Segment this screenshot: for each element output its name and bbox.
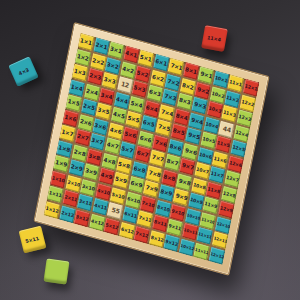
- tile-label: 1×5: [67, 99, 80, 108]
- tile-label: 2×6: [79, 118, 92, 127]
- tile-5x3[interactable]: 5×3: [132, 80, 148, 97]
- tile-6x10[interactable]: 6×10: [125, 191, 141, 208]
- tile-label: 9×4: [190, 117, 203, 126]
- tile-7x12[interactable]: 7×12: [134, 226, 150, 243]
- tile-label: 10×9: [190, 198, 203, 206]
- tile-6x4[interactable]: 6×4: [144, 100, 160, 117]
- tile-label: 10×4: [205, 121, 218, 129]
- tile-12x9[interactable]: 12×9: [218, 201, 234, 218]
- tile-3x4[interactable]: 3×4: [99, 87, 115, 104]
- tile-label: 9×9: [175, 193, 188, 202]
- tile-label: 11×7: [211, 171, 224, 179]
- tile-label: 9×11: [168, 224, 181, 232]
- answer-cell-11x4: 44: [219, 121, 235, 138]
- tile-label: 6×3: [149, 89, 162, 98]
- tile-7x4[interactable]: 7×4: [159, 104, 175, 121]
- tile-3x6[interactable]: 3×6: [93, 118, 109, 135]
- tile-8x11[interactable]: 8×11: [152, 215, 168, 232]
- tile-10x8[interactable]: 10×8: [191, 178, 207, 195]
- tile-2x11[interactable]: 2×11: [62, 190, 78, 207]
- tile-8x9[interactable]: 8×9: [158, 185, 174, 202]
- tile-9x7[interactable]: 9×7: [179, 158, 195, 175]
- tile-label: 2×2: [92, 57, 105, 66]
- tile-1x1[interactable]: 1×1: [78, 33, 94, 50]
- tile-5x6[interactable]: 5×6: [122, 126, 138, 143]
- tile-3x8[interactable]: 3×8: [86, 148, 102, 165]
- tile-7x10[interactable]: 7×10: [140, 196, 156, 213]
- tile-4x12[interactable]: 4×12: [89, 214, 105, 231]
- tile-label: 3×1: [110, 46, 123, 55]
- tile-label: 4×7: [106, 142, 119, 151]
- tile-2x9[interactable]: 2×9: [68, 160, 84, 177]
- tile-label: 1×3: [74, 68, 87, 77]
- tile-grid: 1×12×13×14×15×16×17×18×19×110×111×112×11…: [44, 33, 259, 264]
- tile-11x5[interactable]: 11×5: [215, 136, 231, 153]
- tile-label: 11×9: [205, 202, 218, 210]
- tile-label: 7×5: [157, 124, 170, 133]
- tile-label: 2×10: [67, 180, 80, 188]
- tile-10x11[interactable]: 10×11: [182, 223, 198, 240]
- tile-label: 7×1: [170, 63, 183, 72]
- tile-label: 11×5: [217, 141, 230, 149]
- tile-label: 4×4: [115, 96, 128, 105]
- tile-8x3[interactable]: 8×3: [177, 93, 193, 110]
- tile-10x2[interactable]: 10×2: [210, 86, 226, 103]
- tile-10x10[interactable]: 10×10: [185, 208, 201, 225]
- tile-label: 8×5: [172, 128, 185, 137]
- photo-background: 1×12×13×14×15×16×17×18×19×110×111×112×11…: [0, 0, 300, 300]
- tile-2x10[interactable]: 2×10: [65, 175, 81, 192]
- tile-11x11[interactable]: 11×11: [197, 228, 213, 245]
- tile-8x10[interactable]: 8×10: [155, 200, 171, 217]
- tile-label: 12×12: [210, 252, 224, 260]
- tile-label: 5×12: [105, 223, 118, 231]
- tile-12x5[interactable]: 12×5: [230, 140, 246, 157]
- tile-11x3[interactable]: 11×3: [222, 105, 238, 122]
- tile-label: 8×10: [156, 205, 169, 213]
- tile-label: 11×11: [198, 232, 212, 240]
- tile-label: 7×12: [135, 231, 148, 239]
- tile-label: 11×3: [223, 110, 236, 118]
- tile-label: 10×10: [186, 213, 200, 221]
- tile-label: 6×5: [142, 119, 155, 128]
- tile-12x6[interactable]: 12×6: [227, 155, 243, 172]
- tile-label: 3×9: [85, 168, 98, 177]
- tile-label: 3×5: [97, 107, 110, 116]
- tile-label: 6×10: [126, 196, 139, 204]
- tile-9x11[interactable]: 9×11: [167, 219, 183, 236]
- tile-label: 2×5: [82, 103, 95, 112]
- tile-5x8[interactable]: 5×8: [116, 157, 132, 174]
- tile-label: 7×11: [138, 216, 151, 224]
- tile-label: 12×7: [226, 175, 239, 183]
- tile-2x2[interactable]: 2×2: [90, 53, 106, 70]
- tile-1x5[interactable]: 1×5: [66, 94, 82, 111]
- tile-4x2[interactable]: 4×2: [120, 61, 136, 78]
- tile-label: 11×1: [229, 80, 242, 88]
- tile-label: 9×2: [197, 86, 210, 95]
- tile-12x1[interactable]: 12×1: [243, 79, 259, 96]
- tile-12x2[interactable]: 12×2: [240, 94, 256, 111]
- tile-label: 10×11: [183, 228, 197, 236]
- tile-label: 44: [222, 125, 231, 133]
- cube-label: 4×3: [18, 67, 30, 76]
- tile-label: 8×7: [166, 158, 179, 167]
- tile-label: 5×6: [124, 131, 137, 140]
- tile-label: 6×9: [130, 181, 143, 190]
- tile-label: 55: [110, 207, 119, 215]
- tile-7x2[interactable]: 7×2: [165, 73, 181, 90]
- tile-9x3[interactable]: 9×3: [192, 97, 208, 114]
- tile-label: 6×1: [155, 58, 168, 67]
- cube-label: 5×11: [25, 235, 40, 243]
- tile-6x3[interactable]: 6×3: [147, 85, 163, 102]
- tile-label: 7×8: [148, 169, 161, 178]
- tile-5x7[interactable]: 5×7: [119, 142, 135, 159]
- tile-label: 8×3: [179, 97, 192, 106]
- multiplication-board: 1×12×13×14×15×16×17×18×19×110×111×112×11…: [33, 22, 269, 276]
- tile-1x8[interactable]: 1×8: [56, 140, 72, 157]
- tile-4x6[interactable]: 4×6: [107, 122, 123, 139]
- tile-label: 3×6: [94, 122, 107, 131]
- tile-label: 1×4: [71, 83, 84, 92]
- tile-10x6[interactable]: 10×6: [197, 147, 213, 164]
- tile-1x3[interactable]: 1×3: [72, 64, 88, 81]
- tile-12x4[interactable]: 12×4: [234, 125, 250, 142]
- tile-7x9[interactable]: 7×9: [143, 180, 159, 197]
- tile-1x6[interactable]: 1×6: [63, 110, 79, 127]
- tile-label: 2×11: [63, 195, 76, 203]
- tile-2x8[interactable]: 2×8: [71, 144, 87, 161]
- tile-12x8[interactable]: 12×8: [221, 186, 237, 203]
- tile-5x1[interactable]: 5×1: [138, 50, 154, 67]
- tile-label: 10×12: [180, 244, 194, 252]
- tile-label: 4×9: [100, 172, 113, 181]
- tile-label: 3×2: [107, 61, 120, 70]
- tile-label: 6×12: [120, 227, 133, 235]
- tile-label: 10×3: [208, 106, 221, 114]
- tile-9x5[interactable]: 9×5: [186, 128, 202, 145]
- tile-8x5[interactable]: 8×5: [171, 123, 187, 140]
- tile-label: 6×6: [139, 135, 152, 144]
- tile-10x5[interactable]: 10×5: [201, 132, 217, 149]
- tile-label: 11×12: [195, 248, 209, 256]
- tile-label: 7×9: [145, 185, 158, 194]
- tile-label: 9×10: [171, 209, 184, 217]
- tile-label: 10×8: [193, 182, 206, 190]
- tile-label: 9×3: [194, 101, 207, 110]
- tile-label: 6×8: [133, 165, 146, 174]
- tile-label: 4×6: [109, 126, 122, 135]
- tile-4x8[interactable]: 4×8: [101, 153, 117, 170]
- tile-3x7[interactable]: 3×7: [89, 133, 105, 150]
- tile-label: 1×9: [55, 160, 68, 169]
- tile-8x12[interactable]: 8×12: [149, 230, 165, 247]
- tile-label: 12×2: [241, 99, 254, 107]
- tile-label: 11×6: [214, 156, 227, 164]
- tile-label: 1×6: [64, 114, 77, 123]
- tile-label: 1×1: [80, 38, 93, 47]
- tile-label: 12×5: [232, 145, 245, 153]
- tile-label: 2×4: [86, 88, 99, 97]
- tile-6x9[interactable]: 6×9: [128, 176, 144, 193]
- tile-3x11[interactable]: 3×11: [77, 194, 93, 211]
- loose-cube-2[interactable]: 4×3: [8, 56, 38, 86]
- tile-label: 8×12: [150, 235, 163, 243]
- tile-2x1[interactable]: 2×1: [93, 37, 109, 54]
- tile-label: 3×8: [88, 153, 101, 162]
- tile-label: 8×4: [175, 113, 188, 122]
- tile-11x6[interactable]: 11×6: [212, 151, 228, 168]
- tile-3x12[interactable]: 3×12: [74, 210, 90, 227]
- tile-3x3[interactable]: 3×3: [102, 72, 118, 89]
- tile-1x11[interactable]: 1×11: [47, 186, 63, 203]
- tile-9x1[interactable]: 9×1: [198, 66, 214, 83]
- tile-label: 12×4: [235, 129, 248, 137]
- tile-2x3[interactable]: 2×3: [87, 68, 103, 85]
- tile-5x9[interactable]: 5×9: [113, 172, 129, 189]
- tile-12x7[interactable]: 12×7: [224, 171, 240, 188]
- tile-7x3[interactable]: 7×3: [162, 89, 178, 106]
- tile-label: 6×4: [145, 104, 158, 113]
- tile-label: 10×5: [202, 136, 215, 144]
- tile-label: 1×11: [48, 191, 61, 199]
- tile-label: 11×10: [201, 217, 215, 225]
- tile-12x11[interactable]: 12×11: [212, 232, 228, 249]
- tile-9x9[interactable]: 9×9: [173, 189, 189, 206]
- tile-label: 10×2: [211, 91, 224, 99]
- tile-5x4[interactable]: 5×4: [129, 96, 145, 113]
- tile-6x2[interactable]: 6×2: [150, 69, 166, 86]
- tile-1x12[interactable]: 1×12: [44, 201, 60, 218]
- tile-label: 5×8: [118, 161, 131, 170]
- tile-6x5[interactable]: 6×5: [141, 115, 157, 132]
- tile-8x1[interactable]: 8×1: [183, 62, 199, 79]
- tile-3x9[interactable]: 3×9: [83, 164, 99, 181]
- tile-label: 12×11: [213, 237, 227, 245]
- tile-label: 10×6: [199, 152, 212, 160]
- tile-label: 5×3: [134, 85, 147, 94]
- tile-label: 10×1: [214, 75, 227, 83]
- tile-label: 8×9: [160, 189, 173, 198]
- tile-label: 6×2: [152, 74, 165, 83]
- tile-10x4[interactable]: 10×4: [204, 116, 220, 133]
- tile-12x10[interactable]: 12×10: [215, 216, 231, 233]
- tile-5x2[interactable]: 5×2: [135, 65, 151, 82]
- tile-7x5[interactable]: 7×5: [156, 119, 172, 136]
- tile-12x12[interactable]: 12×12: [209, 247, 225, 264]
- tile-7x6[interactable]: 7×6: [152, 135, 168, 152]
- answer-cell-4x3: 12: [117, 76, 133, 93]
- tile-9x4[interactable]: 9×4: [189, 112, 205, 129]
- tile-8x2[interactable]: 8×2: [180, 78, 196, 95]
- tile-3x1[interactable]: 3×1: [108, 42, 124, 59]
- tile-4x1[interactable]: 4×1: [123, 46, 139, 63]
- tile-label: 12×6: [229, 160, 242, 168]
- tile-label: 12×3: [238, 114, 251, 122]
- tile-4x9[interactable]: 4×9: [98, 168, 114, 185]
- tile-2x5[interactable]: 2×5: [81, 98, 97, 115]
- tile-4x5[interactable]: 4×5: [111, 107, 127, 124]
- tile-label: 11×8: [208, 186, 221, 194]
- tile-label: 5×4: [130, 100, 143, 109]
- tile-label: 3×4: [101, 92, 114, 101]
- tile-label: 4×10: [97, 188, 110, 196]
- tile-label: 12×8: [223, 191, 236, 199]
- tile-6x12[interactable]: 6×12: [119, 222, 135, 239]
- tile-8x4[interactable]: 8×4: [174, 108, 190, 125]
- tile-8x6[interactable]: 8×6: [167, 139, 183, 156]
- tile-7x11[interactable]: 7×11: [137, 211, 153, 228]
- tile-label: 6×11: [123, 211, 136, 219]
- tile-9x6[interactable]: 9×6: [182, 143, 198, 160]
- tile-6x1[interactable]: 6×1: [153, 54, 169, 71]
- tile-7x8[interactable]: 7×8: [146, 165, 162, 182]
- tile-label: 5×5: [127, 115, 140, 124]
- tile-label: 4×1: [125, 50, 138, 59]
- tile-label: 5×9: [115, 176, 128, 185]
- tile-label: 7×4: [160, 108, 173, 117]
- tile-label: 2×8: [73, 149, 86, 158]
- tile-11x12[interactable]: 11×12: [194, 243, 210, 260]
- tile-label: 1×8: [58, 145, 71, 154]
- tile-4x11[interactable]: 4×11: [92, 198, 108, 215]
- tile-10x1[interactable]: 10×1: [213, 71, 229, 88]
- tile-11x8[interactable]: 11×8: [206, 182, 222, 199]
- tile-label: 12×1: [244, 84, 257, 92]
- tile-label: 7×2: [167, 78, 180, 87]
- tile-label: 8×11: [153, 220, 166, 228]
- tile-label: 1×10: [52, 175, 65, 183]
- tile-label: 2×1: [95, 42, 108, 51]
- tile-label: 5×10: [111, 192, 124, 200]
- tile-label: 4×2: [122, 65, 135, 74]
- tile-label: 9×7: [181, 162, 194, 171]
- tile-9x10[interactable]: 9×10: [170, 204, 186, 221]
- tile-label: 1×7: [61, 129, 74, 138]
- tile-label: 1×12: [45, 206, 58, 214]
- tile-label: 4×5: [112, 111, 125, 120]
- tile-2x4[interactable]: 2×4: [84, 83, 100, 100]
- tile-label: 9×5: [187, 132, 200, 141]
- tile-label: 2×9: [70, 164, 83, 173]
- tile-label: 12×9: [219, 206, 232, 214]
- tile-10x9[interactable]: 10×9: [188, 193, 204, 210]
- tile-5x5[interactable]: 5×5: [126, 111, 142, 128]
- tile-2x12[interactable]: 2×12: [59, 205, 75, 222]
- tile-label: 12: [120, 81, 129, 89]
- tile-label: 4×8: [103, 157, 116, 166]
- tile-label: 4×12: [90, 218, 103, 226]
- tile-2x6[interactable]: 2×6: [78, 114, 94, 131]
- tile-label: 2×3: [89, 72, 102, 81]
- tile-label: 3×12: [75, 214, 88, 222]
- answer-cell-5x11: 55: [107, 203, 123, 220]
- tile-label: 7×3: [164, 93, 177, 102]
- tile-6x8[interactable]: 6×8: [131, 161, 147, 178]
- tile-6x11[interactable]: 6×11: [122, 207, 138, 224]
- tile-8x7[interactable]: 8×7: [164, 154, 180, 171]
- tile-label: 2×12: [60, 210, 73, 218]
- tile-label: 8×1: [185, 67, 198, 76]
- tile-label: 6×7: [136, 150, 149, 159]
- tile-7x7[interactable]: 7×7: [149, 150, 165, 167]
- tile-5x12[interactable]: 5×12: [104, 218, 120, 235]
- tile-label: 1×2: [77, 53, 90, 62]
- tile-label: 3×7: [91, 138, 104, 147]
- tile-label: 10×7: [196, 167, 209, 175]
- tile-1x4[interactable]: 1×4: [69, 79, 85, 96]
- tile-10x12[interactable]: 10×12: [179, 239, 195, 256]
- tile-label: 9×1: [200, 71, 213, 80]
- tile-label: 5×1: [140, 54, 153, 63]
- tile-6x6[interactable]: 6×6: [137, 130, 153, 147]
- tile-3x2[interactable]: 3×2: [105, 57, 121, 74]
- tile-4x10[interactable]: 4×10: [95, 183, 111, 200]
- tile-3x5[interactable]: 3×5: [96, 103, 112, 120]
- loose-cube-1[interactable]: 11×4: [201, 25, 228, 52]
- tile-label: 9×6: [184, 147, 197, 156]
- tile-11x1[interactable]: 11×1: [228, 75, 244, 92]
- tile-1x9[interactable]: 1×9: [53, 155, 69, 172]
- tile-2x7[interactable]: 2×7: [74, 129, 90, 146]
- tile-11x10[interactable]: 11×10: [200, 212, 216, 229]
- tile-label: 5×2: [137, 69, 150, 78]
- tile-11x9[interactable]: 11×9: [203, 197, 219, 214]
- tile-9x8[interactable]: 9×8: [176, 173, 192, 190]
- tile-12x3[interactable]: 12×3: [237, 109, 253, 126]
- tile-label: 5×7: [121, 146, 134, 155]
- tile-7x1[interactable]: 7×1: [168, 58, 184, 75]
- tile-6x7[interactable]: 6×7: [134, 146, 150, 163]
- tile-4x7[interactable]: 4×7: [104, 137, 120, 154]
- tile-label: 3×3: [104, 76, 117, 85]
- tile-1x7[interactable]: 1×7: [59, 125, 75, 142]
- tile-label: 9×8: [178, 178, 191, 187]
- tile-11x7[interactable]: 11×7: [209, 166, 225, 183]
- tile-label: 8×2: [182, 82, 195, 91]
- tile-label: 7×10: [141, 200, 154, 208]
- tile-label: 9×12: [165, 239, 178, 247]
- tile-label: 2×7: [76, 133, 89, 142]
- tile-9x2[interactable]: 9×2: [195, 82, 211, 99]
- tile-10x7[interactable]: 10×7: [194, 162, 210, 179]
- tile-1x10[interactable]: 1×10: [50, 171, 66, 188]
- loose-cube-4[interactable]: [44, 259, 70, 285]
- tile-label: 11×2: [226, 95, 239, 103]
- tile-label: 7×6: [154, 139, 167, 148]
- tile-label: 7×7: [151, 154, 164, 163]
- tile-label: 4×11: [93, 203, 106, 211]
- loose-cube-3[interactable]: 5×11: [19, 226, 47, 254]
- tile-label: 3×10: [82, 184, 95, 192]
- tile-10x3[interactable]: 10×3: [207, 101, 223, 118]
- tile-1x2[interactable]: 1×2: [75, 49, 91, 66]
- cube-label: 11×4: [207, 35, 222, 42]
- tile-11x2[interactable]: 11×2: [225, 90, 241, 107]
- tile-3x10[interactable]: 3×10: [80, 179, 96, 196]
- tile-label: 12×10: [216, 221, 230, 229]
- tile-label: 8×8: [163, 174, 176, 183]
- tile-8x8[interactable]: 8×8: [161, 169, 177, 186]
- tile-label: 3×11: [78, 199, 91, 207]
- tile-9x12[interactable]: 9×12: [164, 234, 180, 251]
- tile-4x4[interactable]: 4×4: [114, 92, 130, 109]
- tile-label: 8×6: [169, 143, 182, 152]
- tile-5x10[interactable]: 5×10: [110, 187, 126, 204]
